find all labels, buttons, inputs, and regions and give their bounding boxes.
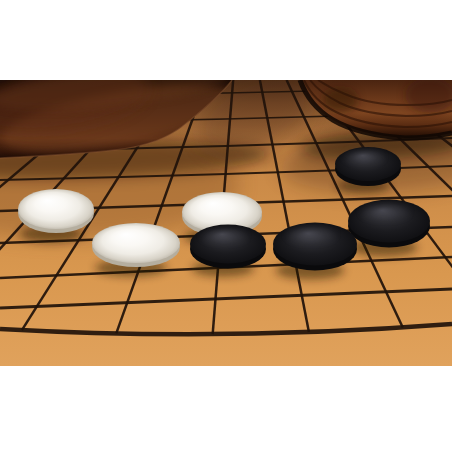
stone-top xyxy=(18,189,94,229)
stone-sheen xyxy=(346,151,382,161)
photo-bottom-margin xyxy=(0,366,452,452)
white-stone[interactable] xyxy=(92,223,180,276)
stone-top xyxy=(92,223,180,263)
stone-sheen xyxy=(362,205,407,218)
go-scene xyxy=(0,80,452,366)
go-board-photo xyxy=(0,80,452,366)
photo-top-margin xyxy=(0,0,452,80)
stone-sheen xyxy=(288,228,334,241)
stone-sheen xyxy=(203,229,245,241)
